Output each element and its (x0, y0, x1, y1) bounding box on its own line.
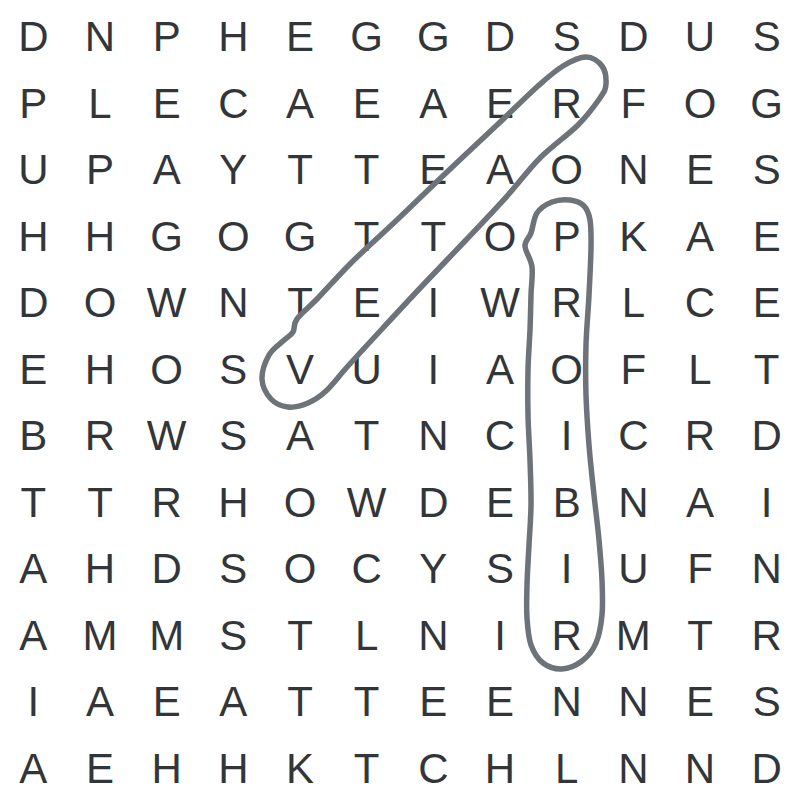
grid-cell-r2c12[interactable]: G (733, 71, 800, 138)
grid-cell-r1c1[interactable]: D (0, 4, 67, 71)
grid-cell-r7c2[interactable]: R (67, 403, 134, 470)
grid-cell-r9c3[interactable]: D (133, 536, 200, 603)
grid-cell-r9c7[interactable]: Y (400, 536, 467, 603)
grid-cell-r7c12[interactable]: D (733, 403, 800, 470)
grid-cell-r1c3[interactable]: P (133, 4, 200, 71)
grid-cell-r12c8[interactable]: H (467, 736, 534, 803)
grid-cell-r1c10[interactable]: D (600, 4, 667, 71)
grid-cell-r9c10[interactable]: U (600, 536, 667, 603)
grid-cell-r6c3[interactable]: O (133, 337, 200, 404)
grid-cell-r8c9[interactable]: B (533, 470, 600, 537)
grid-cell-r8c11[interactable]: A (667, 470, 734, 537)
grid-cell-r12c1[interactable]: A (0, 736, 67, 803)
grid-cell-r3c11[interactable]: E (667, 137, 734, 204)
grid-cell-r1c2[interactable]: N (67, 4, 134, 71)
grid-cell-r12c10[interactable]: N (600, 736, 667, 803)
grid-cell-r11c3[interactable]: E (133, 669, 200, 736)
grid-cell-r10c11[interactable]: T (667, 603, 734, 670)
grid-cell-r4c10[interactable]: K (600, 204, 667, 271)
grid-cell-r11c9[interactable]: N (533, 669, 600, 736)
grid-cell-r10c7[interactable]: N (400, 603, 467, 670)
grid-cell-r11c2[interactable]: A (67, 669, 134, 736)
grid-cell-r4c1[interactable]: H (0, 204, 67, 271)
grid-cell-r10c1[interactable]: A (0, 603, 67, 670)
grid-cell-r4c7[interactable]: T (400, 204, 467, 271)
grid-cell-r8c2[interactable]: T (67, 470, 134, 537)
grid-cell-r4c5[interactable]: G (267, 204, 334, 271)
grid-cell-r8c1[interactable]: T (0, 470, 67, 537)
grid-cell-r7c1[interactable]: B (0, 403, 67, 470)
grid-cell-r12c3[interactable]: H (133, 736, 200, 803)
grid-cell-r11c5[interactable]: T (267, 669, 334, 736)
grid-cell-r9c2[interactable]: H (67, 536, 134, 603)
grid-cell-r6c11[interactable]: L (667, 337, 734, 404)
grid-cell-r6c2[interactable]: H (67, 337, 134, 404)
grid-cell-r6c9[interactable]: O (533, 337, 600, 404)
grid-cell-r4c9[interactable]: P (533, 204, 600, 271)
grid-cell-r2c5[interactable]: A (267, 71, 334, 138)
grid-cell-r6c8[interactable]: A (467, 337, 534, 404)
grid-cell-r12c11[interactable]: N (667, 736, 734, 803)
grid-cell-r7c10[interactable]: C (600, 403, 667, 470)
grid-cell-r9c4[interactable]: S (200, 536, 267, 603)
grid-cell-r10c3[interactable]: M (133, 603, 200, 670)
grid-cell-r10c8[interactable]: I (467, 603, 534, 670)
grid-cell-r4c8[interactable]: O (467, 204, 534, 271)
grid-cell-r5c9[interactable]: R (533, 270, 600, 337)
grid-cell-r11c10[interactable]: N (600, 669, 667, 736)
grid-cell-r10c10[interactable]: M (600, 603, 667, 670)
grid-cell-r5c6[interactable]: E (333, 270, 400, 337)
grid-cell-r1c5[interactable]: E (267, 4, 334, 71)
grid-cell-r10c6[interactable]: L (333, 603, 400, 670)
grid-cell-r9c8[interactable]: S (467, 536, 534, 603)
grid-cell-r6c7[interactable]: I (400, 337, 467, 404)
grid-cell-r11c1[interactable]: I (0, 669, 67, 736)
grid-cell-r12c9[interactable]: L (533, 736, 600, 803)
grid-cell-r7c8[interactable]: C (467, 403, 534, 470)
grid-cell-r10c4[interactable]: S (200, 603, 267, 670)
grid-cell-r5c4[interactable]: N (200, 270, 267, 337)
grid-cell-r1c8[interactable]: D (467, 4, 534, 71)
grid-cell-r6c12[interactable]: T (733, 337, 800, 404)
grid-cell-r10c2[interactable]: M (67, 603, 134, 670)
grid-cell-r2c4[interactable]: C (200, 71, 267, 138)
grid-cell-r6c1[interactable]: E (0, 337, 67, 404)
grid-cell-r1c6[interactable]: G (333, 4, 400, 71)
grid-cell-r5c1[interactable]: D (0, 270, 67, 337)
grid-cell-r8c4[interactable]: H (200, 470, 267, 537)
grid-cell-r2c6[interactable]: E (333, 71, 400, 138)
grid-cell-r10c12[interactable]: R (733, 603, 800, 670)
grid-cell-r6c6[interactable]: U (333, 337, 400, 404)
grid-cell-r12c2[interactable]: E (67, 736, 134, 803)
grid-cell-r11c12[interactable]: S (733, 669, 800, 736)
grid-cell-r6c4[interactable]: S (200, 337, 267, 404)
grid-cell-r12c12[interactable]: D (733, 736, 800, 803)
grid-cell-r6c5[interactable]: V (267, 337, 334, 404)
grid-cell-r8c8[interactable]: E (467, 470, 534, 537)
grid-cell-r5c3[interactable]: W (133, 270, 200, 337)
grid-cell-r8c12[interactable]: I (733, 470, 800, 537)
grid-cell-r4c12[interactable]: E (733, 204, 800, 271)
grid-cell-r3c3[interactable]: A (133, 137, 200, 204)
grid-cell-r2c9[interactable]: R (533, 71, 600, 138)
grid-cell-r5c8[interactable]: W (467, 270, 534, 337)
grid-cell-r8c6[interactable]: W (333, 470, 400, 537)
grid-cell-r1c11[interactable]: U (667, 4, 734, 71)
grid-cell-r5c5[interactable]: T (267, 270, 334, 337)
grid-cell-r8c10[interactable]: N (600, 470, 667, 537)
grid-cell-r7c3[interactable]: W (133, 403, 200, 470)
grid-cell-r9c11[interactable]: F (667, 536, 734, 603)
grid-cell-r7c9[interactable]: I (533, 403, 600, 470)
grid-cell-r1c7[interactable]: G (400, 4, 467, 71)
grid-cell-r2c11[interactable]: O (667, 71, 734, 138)
grid-cell-r4c2[interactable]: H (67, 204, 134, 271)
word-search-grid: DNPHEGGDSDUSPLECAEAERFOGUPAYTTEAONESHHGO… (0, 4, 800, 802)
grid-cell-r9c9[interactable]: I (533, 536, 600, 603)
grid-cell-r8c7[interactable]: D (400, 470, 467, 537)
grid-cell-r4c4[interactable]: O (200, 204, 267, 271)
grid-cell-r4c11[interactable]: A (667, 204, 734, 271)
grid-cell-r2c2[interactable]: L (67, 71, 134, 138)
grid-cell-r11c8[interactable]: E (467, 669, 534, 736)
grid-cell-r7c4[interactable]: S (200, 403, 267, 470)
grid-cell-r1c9[interactable]: S (533, 4, 600, 71)
grid-cell-r3c12[interactable]: S (733, 137, 800, 204)
grid-cell-r3c8[interactable]: A (467, 137, 534, 204)
grid-cell-r12c7[interactable]: C (400, 736, 467, 803)
grid-cell-r11c7[interactable]: E (400, 669, 467, 736)
grid-cell-r2c1[interactable]: P (0, 71, 67, 138)
grid-cell-r11c11[interactable]: E (667, 669, 734, 736)
grid-cell-r7c6[interactable]: T (333, 403, 400, 470)
grid-cell-r5c2[interactable]: O (67, 270, 134, 337)
grid-cell-r4c3[interactable]: G (133, 204, 200, 271)
grid-cell-r5c11[interactable]: C (667, 270, 734, 337)
grid-cell-r2c10[interactable]: F (600, 71, 667, 138)
grid-cell-r9c5[interactable]: O (267, 536, 334, 603)
grid-cell-r10c5[interactable]: T (267, 603, 334, 670)
grid-cell-r2c3[interactable]: E (133, 71, 200, 138)
grid-cell-r11c4[interactable]: A (200, 669, 267, 736)
grid-cell-r12c6[interactable]: T (333, 736, 400, 803)
grid-cell-r7c11[interactable]: R (667, 403, 734, 470)
grid-cell-r3c1[interactable]: U (0, 137, 67, 204)
grid-cell-r11c6[interactable]: T (333, 669, 400, 736)
grid-cell-r9c12[interactable]: N (733, 536, 800, 603)
grid-cell-r9c6[interactable]: C (333, 536, 400, 603)
grid-cell-r8c3[interactable]: R (133, 470, 200, 537)
grid-cell-r1c4[interactable]: H (200, 4, 267, 71)
grid-cell-r3c9[interactable]: O (533, 137, 600, 204)
grid-cell-r2c8[interactable]: E (467, 71, 534, 138)
grid-cell-r3c2[interactable]: P (67, 137, 134, 204)
grid-cell-r9c1[interactable]: A (0, 536, 67, 603)
grid-cell-r10c9[interactable]: R (533, 603, 600, 670)
grid-cell-r4c6[interactable]: T (333, 204, 400, 271)
grid-cell-r5c10[interactable]: L (600, 270, 667, 337)
grid-cell-r3c6[interactable]: T (333, 137, 400, 204)
grid-cell-r2c7[interactable]: A (400, 71, 467, 138)
grid-cell-r7c7[interactable]: N (400, 403, 467, 470)
grid-cell-r6c10[interactable]: F (600, 337, 667, 404)
grid-cell-r3c10[interactable]: N (600, 137, 667, 204)
grid-cell-r7c5[interactable]: A (267, 403, 334, 470)
grid-cell-r3c7[interactable]: E (400, 137, 467, 204)
grid-cell-r12c4[interactable]: H (200, 736, 267, 803)
grid-cell-r1c12[interactable]: S (733, 4, 800, 71)
grid-cell-r5c7[interactable]: I (400, 270, 467, 337)
grid-cell-r8c5[interactable]: O (267, 470, 334, 537)
grid-cell-r3c5[interactable]: T (267, 137, 334, 204)
grid-cell-r3c4[interactable]: Y (200, 137, 267, 204)
grid-cell-r5c12[interactable]: E (733, 270, 800, 337)
grid-cell-r12c5[interactable]: K (267, 736, 334, 803)
